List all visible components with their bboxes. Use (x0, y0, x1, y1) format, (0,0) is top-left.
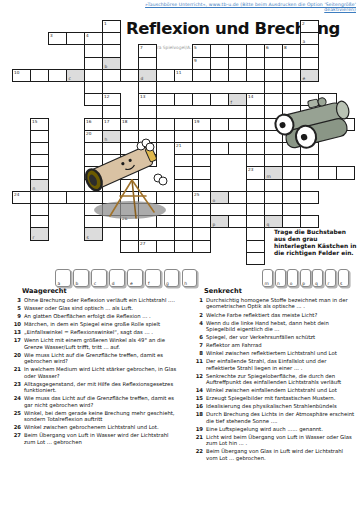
clue-text: Wie muss das Licht auf die Grenzfläche t… (24, 395, 180, 408)
cell-number: 25 (194, 192, 199, 197)
clue-item: 17Wenn Licht mit einem größeren Winkel a… (8, 337, 180, 350)
grid-cell[interactable]: 27 (138, 240, 157, 253)
grid-cell[interactable] (300, 191, 319, 204)
gray-cell-letter: f (231, 100, 233, 105)
grid-cell[interactable] (156, 93, 175, 106)
clue-item: 21Licht wird beim Übergang von Luft in W… (190, 434, 356, 447)
grid-cell[interactable] (120, 69, 139, 82)
grid-cell[interactable] (174, 227, 193, 240)
grid-cell[interactable] (102, 44, 121, 57)
grid-cell[interactable] (120, 240, 139, 253)
binoculars-icon (258, 94, 358, 156)
solution-box[interactable]: o (287, 269, 298, 287)
clue-number: 18 (190, 411, 206, 424)
clue-number: 25 (8, 410, 24, 423)
grid-cell[interactable] (282, 166, 301, 179)
clue-text: Beim Übergang von Luft in Wasser wird de… (24, 432, 180, 445)
grid-cell[interactable] (210, 142, 229, 155)
grid-cell[interactable]: 23 (246, 166, 265, 179)
grid-cell[interactable] (228, 142, 247, 155)
clue-number: 20 (8, 352, 24, 365)
grid-cell-gray[interactable]: s (84, 227, 103, 240)
across-header: Waagerecht (22, 287, 180, 295)
grid-cell[interactable] (246, 227, 265, 240)
clue-item: 8Winkel zwischen reflektiertem Lichtstra… (190, 350, 356, 356)
clue-number: 13 (8, 329, 24, 335)
clue-number: 11 (190, 358, 206, 371)
solution-box-letter: n (277, 281, 280, 286)
grid-cell[interactable] (228, 44, 247, 57)
clue-number: 16 (190, 403, 206, 409)
grid-cell[interactable] (210, 44, 229, 57)
grid-cell[interactable] (156, 240, 175, 253)
grid-cell-gray[interactable]: d (138, 69, 157, 82)
clue-text: Alltagsgegenstand, der mit Hilfe des Ref… (24, 381, 180, 394)
clue-number: 5 (8, 305, 24, 311)
grid-cell[interactable] (102, 105, 121, 118)
grid-cell-gray[interactable]: m (264, 166, 283, 179)
solution-box-letter: s (340, 281, 342, 286)
grid-cell[interactable] (66, 32, 85, 45)
clue-item: 19Eine Luftspiegelung wird auch ...... g… (190, 426, 356, 432)
cell-number: 7 (140, 45, 143, 50)
clue-item: 26Winkel zwischen gebrochenem Lichtstrah… (8, 424, 180, 430)
grid-cell[interactable] (282, 215, 301, 228)
grid-cell[interactable] (138, 57, 157, 70)
cell-number: 6 (266, 45, 269, 50)
down-clues: Senkrecht 1Durchsichtig homogene Stoffe … (190, 287, 356, 463)
clue-number: 7 (190, 342, 206, 348)
gray-cell-letter: q (267, 222, 270, 227)
grid-cell[interactable] (30, 154, 49, 167)
clue-item: 4Wenn du die linke Hand hebst, dann hebt… (190, 320, 356, 333)
solution-box-letter: g (166, 281, 169, 286)
solution-box[interactable]: q (312, 269, 323, 287)
cell-number: 4 (86, 33, 89, 38)
clue-text: Ohne Brechung oder Reflexion verläuft ei… (24, 297, 175, 303)
grid-cell[interactable] (30, 166, 49, 179)
grid-cell[interactable] (228, 191, 247, 204)
clue-text: Wenn du die linke Hand hebst, dann hebt … (206, 320, 356, 333)
grid-cell[interactable] (336, 166, 355, 179)
grid-cell[interactable] (210, 57, 229, 70)
clue-number: 22 (190, 448, 206, 461)
grid-cell[interactable] (84, 93, 103, 106)
solution-box-letter: b (76, 281, 79, 286)
grid-cell[interactable] (30, 215, 49, 228)
clue-text: Wenn Licht mit einem größeren Winkel als… (24, 337, 180, 350)
grid-cell[interactable]: 24 (12, 191, 31, 204)
clue-number: 27 (8, 432, 24, 445)
clue-text: Beim Übergang von Glas in Luft wird der … (206, 448, 356, 461)
grid-cell[interactable] (246, 179, 265, 192)
clue-text: Spiegel, der vor Verkehrsunfällen schütz… (206, 334, 315, 340)
grid-cell[interactable] (30, 130, 49, 143)
clue-item: 24Wie muss das Licht auf die Grenzfläche… (8, 395, 180, 408)
cell-number: 17 (104, 119, 109, 124)
clue-number: 26 (8, 424, 24, 430)
grid-cell[interactable] (282, 191, 301, 204)
cell-number: 13 (140, 94, 145, 99)
across-clues: Waagerecht 3Ohne Brechung oder Reflexion… (8, 287, 180, 447)
grid-cell[interactable] (156, 69, 175, 82)
grid-cell[interactable]: 10 (12, 69, 31, 82)
grid-cell[interactable]: 11 (174, 69, 193, 82)
solution-box-letter: a (58, 281, 61, 286)
clue-item: 18Durch Brechung des Lichts in der Atmos… (190, 411, 356, 424)
grid-cell[interactable] (282, 69, 301, 82)
grid-cell[interactable] (282, 154, 301, 167)
clue-item: 1Durchsichtig homogene Stoffe bezeichnet… (190, 297, 356, 310)
solution-box[interactable]: s (338, 269, 349, 287)
clue-item: 6Spiegel, der vor Verkehrsunfällen schüt… (190, 334, 356, 340)
grid-cell[interactable] (192, 130, 211, 143)
cell-number: 20 (86, 131, 91, 136)
grid-cell[interactable] (300, 166, 319, 179)
grid-cell-gray[interactable]: b (102, 57, 121, 70)
worksheet-page: { "header": { "link_text": "»Tauschbörse… (0, 0, 358, 507)
clue-text: Winkel zwischen reflektiertem Lichtstrah… (206, 350, 337, 356)
grid-cell[interactable] (138, 105, 157, 118)
clue-item: 23Alltagsgegenstand, der mit Hilfe des R… (8, 381, 180, 394)
grid-cell[interactable] (192, 215, 211, 228)
grid-cell[interactable] (174, 93, 193, 106)
clue-text: Idealisierung des physikalischen Strahle… (206, 403, 337, 409)
grid-cell[interactable] (282, 179, 301, 192)
solution-box[interactable]: a (55, 269, 71, 287)
gray-cell-letter: s (87, 235, 89, 240)
clue-number: 24 (8, 395, 24, 408)
clue-item: 14Winkel zwischen einfallendem Lichtstra… (190, 387, 356, 393)
grid-cell[interactable] (210, 69, 229, 82)
solution-box-letter: o (290, 281, 293, 286)
grid-cell[interactable] (264, 57, 283, 70)
clue-text: Wie muss Licht auf die Grenzfläche treff… (24, 352, 180, 365)
grid-cell[interactable] (174, 118, 193, 131)
solution-box-letter: r (327, 281, 329, 286)
grid-cell[interactable] (228, 215, 247, 228)
clue-text: Durchsichtig homogene Stoffe bezeichnet … (206, 297, 356, 310)
grid-cell[interactable] (246, 191, 265, 204)
clue-text: Wasser oder Glas sind optisch ... als Lu… (24, 305, 133, 311)
solution-box-letter: d (112, 281, 115, 286)
solution-box-group-1: abcdefgh (55, 269, 200, 287)
clue-number: 19 (190, 426, 206, 432)
clue-item: 22Beim Übergang von Glas in Luft wird de… (190, 448, 356, 461)
solution-box[interactable]: b (73, 269, 89, 287)
clue-number: 2 (190, 312, 206, 318)
grid-cell[interactable]: 13 (138, 93, 157, 106)
grid-cell[interactable] (84, 69, 103, 82)
grid-cell[interactable] (264, 179, 283, 192)
grid-cell-gray[interactable]: p (210, 215, 229, 228)
cell-number: 3 (50, 33, 53, 38)
clue-text: Durch Brechung des Lichts in der Atmosph… (206, 411, 356, 424)
grid-cell[interactable]: a (300, 32, 319, 45)
cell-number: 1 (104, 21, 107, 26)
grid-cell[interactable]: 5 (192, 44, 211, 57)
cell-number: 5 (194, 45, 197, 50)
cell-number: 23 (248, 167, 253, 172)
solution-instruction: Trage die Buchstaben aus den grau hinter… (274, 229, 358, 257)
solution-box[interactable]: p (300, 269, 311, 287)
grid-cell[interactable]: 16 (84, 118, 103, 131)
grid-cell-gray[interactable]: r (30, 227, 49, 240)
solution-box[interactable]: h (182, 269, 198, 287)
solution-box[interactable]: f (145, 269, 161, 287)
gray-cell-letter: c (69, 76, 71, 81)
cell-number: 11 (176, 70, 181, 75)
grid-cell[interactable]: 19 (192, 118, 211, 131)
grid-cell[interactable] (102, 69, 121, 82)
clue-text: In welchem Medium wird Licht stärker geb… (24, 366, 180, 379)
grid-cell-gray[interactable]: e (300, 69, 319, 82)
grid-cell[interactable]: 18 (120, 118, 139, 131)
grid-cell-gray[interactable]: q (264, 215, 283, 228)
grid-cell[interactable]: 15 (30, 118, 49, 131)
clue-item: 3Ohne Brechung oder Reflexion verläuft e… (8, 297, 180, 303)
grid-cell[interactable] (192, 93, 211, 106)
solution-box-letter: c (94, 281, 96, 286)
grid-cell[interactable] (246, 154, 265, 167)
solution-box-letter: e (130, 281, 133, 286)
grid-cell[interactable] (192, 166, 211, 179)
grid-cell[interactable] (282, 57, 301, 70)
grid-cell[interactable] (228, 57, 247, 70)
grid-cell-gray[interactable]: o (210, 191, 229, 204)
clue-item: 16Idealisierung des physikalischen Strah… (190, 403, 356, 409)
clue-text: Winkel zwischen gebrochenem Lichtstrahl … (24, 424, 159, 430)
clue-number: 15 (190, 395, 206, 401)
clue-item: 25Winkel, bei dem gerade keine Brechung … (8, 410, 180, 423)
clue-number: 12 (190, 373, 206, 386)
grid-cell[interactable] (300, 154, 319, 167)
grid-cell[interactable] (192, 69, 211, 82)
cell-number: 8 (284, 45, 287, 50)
clue-number: 1 (190, 297, 206, 310)
clue-item: 21In welchem Medium wird Licht stärker g… (8, 366, 180, 379)
grid-cell[interactable] (246, 215, 265, 228)
grid-cell[interactable] (192, 240, 211, 253)
cell-number: 18 (122, 119, 127, 124)
clue-item: 27Beim Übergang von Luft in Wasser wird … (8, 432, 180, 445)
down-header: Senkrecht (204, 287, 356, 295)
grid-cell[interactable] (192, 154, 211, 167)
grid-cell[interactable] (246, 240, 265, 253)
grid-cell[interactable] (30, 69, 49, 82)
grid-cell[interactable]: 25 (192, 191, 211, 204)
solution-box-group-2: mnopqrs (262, 269, 350, 287)
grid-cell[interactable]: 8 (282, 44, 301, 57)
gray-cell-letter: e (303, 76, 306, 81)
clue-number: 4 (190, 320, 206, 333)
clue-text: Welche Farbe reflektiert das meiste Lich… (206, 312, 317, 318)
clue-text: Der einfallende Strahl, das Einfallslot … (206, 358, 356, 371)
solution-box[interactable]: c (91, 269, 107, 287)
clue-number: 21 (190, 434, 206, 447)
grid-cell[interactable] (210, 118, 229, 131)
grid-cell[interactable] (48, 191, 67, 204)
clue-text: An glatten Oberflächen erfolgt die Refle… (24, 313, 151, 319)
solution-box[interactable]: r (325, 269, 336, 287)
solution-box-letter: m (265, 281, 269, 286)
cell-number: 10 (14, 70, 19, 75)
grid-cell[interactable]: 4 (84, 32, 103, 45)
grid-cell[interactable] (228, 118, 247, 131)
cell-number: 19 (194, 119, 199, 124)
grid-cell[interactable] (300, 57, 319, 70)
cell-number: 16 (86, 119, 91, 124)
clue-number: 3 (8, 297, 24, 303)
gray-cell-letter: r (33, 235, 35, 240)
clue-item: 13„Einfallswinkel = Reflexionswinkel“, s… (8, 329, 180, 335)
cell-number: 24 (14, 192, 19, 197)
clue-text: Reflektor am Fahrrad (206, 342, 262, 348)
grid-cell[interactable] (156, 118, 175, 131)
grid-cell[interactable]: 17 (102, 118, 121, 131)
grid-cell[interactable] (138, 118, 157, 131)
grid-cell[interactable] (102, 32, 121, 45)
cell-number: 14 (248, 94, 253, 99)
grid-cell[interactable] (210, 93, 229, 106)
clue-item: 15Erzeugt Spiegelbilder mit fantastische… (190, 395, 356, 401)
grid-cell[interactable]: 3 (48, 32, 67, 45)
clue-number: 8 (190, 350, 206, 356)
grid-cell[interactable] (192, 179, 211, 192)
clue-item: 20Wie muss Licht auf die Grenzfläche tre… (8, 352, 180, 365)
clue-text: Eine Luftspiegelung wird auch ...... gen… (206, 426, 323, 432)
grid-cell[interactable] (246, 44, 265, 57)
clue-item: 9An glatten Oberflächen erfolgt die Refl… (8, 313, 180, 319)
solution-box[interactable]: n (275, 269, 286, 287)
grid-cell[interactable]: 7 (138, 44, 157, 57)
clue-number: 6 (190, 334, 206, 340)
solution-box[interactable]: d (109, 269, 125, 287)
grid-cell[interactable]: 6 (264, 44, 283, 57)
clue-item: 5Wasser oder Glas sind optisch ... als L… (8, 305, 180, 311)
grid-cell[interactable] (120, 227, 139, 240)
grid-cell[interactable] (246, 69, 265, 82)
grid-cell[interactable] (318, 166, 337, 179)
grid-cell-gray[interactable]: f (228, 93, 247, 106)
clue-item: 12Senkrechte zur Spiegeloberfläche, die … (190, 373, 356, 386)
clue-number: 23 (8, 381, 24, 394)
grid-cell[interactable] (300, 44, 319, 57)
cell-number: 15 (32, 119, 37, 124)
clue-text: Winkel zwischen einfallendem Lichtstrahl… (206, 387, 337, 393)
grid-cell[interactable] (174, 240, 193, 253)
cell-number: 9 (194, 58, 197, 63)
cell-number: 12 (104, 94, 109, 99)
solution-box[interactable]: m (262, 269, 273, 287)
grid-cell-gray[interactable]: c (66, 69, 85, 82)
cell-number: 27 (140, 241, 145, 246)
grid-cell[interactable] (228, 69, 247, 82)
grid-cell[interactable] (84, 57, 103, 70)
gray-cell-letter: p (213, 222, 216, 227)
grid-cell[interactable]: 12 (102, 93, 121, 106)
clue-text: Märchen, in dem ein Spiegel eine große R… (24, 321, 160, 327)
grid-cell[interactable]: 9 (192, 57, 211, 70)
header-link[interactable]: »Tauschbörse Unterricht«, www.tb-u.de (B… (112, 2, 356, 12)
clue-number: 9 (8, 313, 24, 319)
clue-item: 7Reflektor am Fahrrad (190, 342, 356, 348)
clue-text: Senkrechte zur Spiegeloberfläche, die du… (206, 373, 356, 386)
clue-item: 10Märchen, in dem ein Spiegel eine große… (8, 321, 180, 327)
grid-cell[interactable] (246, 252, 265, 265)
cell-number: 2 (302, 21, 305, 26)
clue-number: 21 (8, 366, 24, 379)
grid-cell[interactable] (30, 191, 49, 204)
clue-number: 14 (190, 387, 206, 393)
solution-box-letter: h (184, 281, 187, 286)
clue-number: 10 (8, 321, 24, 327)
grid-cell[interactable] (246, 57, 265, 70)
telescope-icon (80, 138, 180, 226)
solution-box-letter: p (302, 281, 305, 286)
solution-box[interactable]: g (164, 269, 180, 287)
clue-item: 2Welche Farbe reflektiert das meiste Lic… (190, 312, 356, 318)
grid-cell[interactable] (300, 215, 319, 228)
clue-text: Winkel, bei dem gerade keine Brechung me… (24, 410, 180, 423)
grid-cell[interactable] (192, 227, 211, 240)
grid-cell-gray[interactable]: n (30, 179, 49, 192)
grid-cell[interactable] (84, 44, 103, 57)
grid-cell[interactable] (48, 69, 67, 82)
solution-box[interactable]: e (127, 269, 143, 287)
solution-box-letter: q (315, 281, 318, 286)
clue-number: 17 (8, 337, 24, 350)
gray-cell-letter: o (213, 198, 216, 203)
grid-cell[interactable] (264, 191, 283, 204)
clue-text: Licht wird beim Übergang von Luft in Was… (206, 434, 356, 447)
grid-cell[interactable] (264, 69, 283, 82)
clue-item: 11Der einfallende Strahl, das Einfallslo… (190, 358, 356, 371)
solution-box-letter: f (148, 281, 150, 286)
grid-cell[interactable] (264, 154, 283, 167)
clue-text: „Einfallswinkel = Reflexionswinkel“, sag… (24, 329, 153, 335)
clue-text: Erzeugt Spiegelbilder mit fantastischen … (206, 395, 335, 401)
